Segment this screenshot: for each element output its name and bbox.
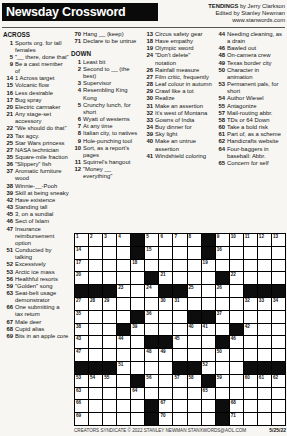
clue-number: 68 (3, 326, 13, 333)
clue-text: Circus safety gear (155, 31, 213, 38)
grid-cell[interactable] (216, 388, 229, 400)
grid-cell[interactable] (202, 272, 215, 284)
clue-number: 36 (3, 161, 13, 168)
grid-cell[interactable] (244, 349, 257, 361)
clue-text: Second to __ (the best) (83, 66, 140, 80)
grid-cell[interactable]: 16 (216, 247, 229, 259)
grid-cell[interactable] (89, 349, 102, 361)
clue: 9Be a cast member of (3, 61, 69, 75)
grid-cell[interactable]: 8 (188, 234, 201, 246)
grid-cell[interactable]: 68 (230, 400, 243, 412)
grid-cell[interactable] (272, 260, 285, 272)
grid-cell[interactable] (258, 324, 271, 336)
clue: 59"Golden" song (3, 283, 69, 290)
grid-cell[interactable] (103, 413, 116, 425)
grid-cell[interactable]: 49 (159, 349, 172, 361)
grid-cell[interactable] (244, 311, 257, 323)
grid-cell[interactable]: 58 (188, 375, 201, 387)
clue-text: One submitting a tax return (15, 304, 69, 318)
grid-cell[interactable]: 55 (103, 375, 116, 387)
black-cell (103, 285, 116, 297)
clue-text: Excessively (15, 261, 69, 268)
clue-number: 43 (3, 204, 13, 211)
grid-cell[interactable] (244, 400, 257, 412)
clue-number: 67 (3, 319, 13, 326)
clue: 53Permanent pals, for short (215, 81, 285, 95)
grid-cell[interactable] (159, 388, 172, 400)
grid-cell[interactable]: 14 (75, 247, 88, 259)
grid-cell[interactable] (117, 298, 130, 310)
copyright-credit: CREATORS SYNDICATE © 2022 STANLEY NEWMAN… (74, 428, 246, 433)
grid-cell[interactable] (173, 349, 186, 361)
grid-cell[interactable] (103, 336, 116, 348)
clue: 38Winnie-__-Pooh (3, 183, 69, 190)
grid-cell[interactable] (117, 400, 130, 412)
black-cell (131, 234, 144, 246)
grid-cell[interactable]: 62 (272, 375, 285, 387)
grid-cell[interactable] (103, 247, 116, 259)
grid-cell[interactable]: 29 (103, 298, 116, 310)
grid-cell[interactable] (216, 362, 229, 374)
grid-cell[interactable]: 65 (202, 388, 215, 400)
clue-text: Supervisor (83, 80, 140, 87)
grid-cell[interactable] (117, 272, 130, 284)
clue-number: 29 (143, 88, 153, 95)
grid-cell[interactable] (117, 388, 130, 400)
grid-cell[interactable] (230, 349, 243, 361)
grid-cell[interactable] (258, 260, 271, 272)
grid-cell[interactable]: 54 (89, 375, 102, 387)
grid-cell[interactable] (173, 413, 186, 425)
grid-cell[interactable] (258, 336, 271, 348)
clue: 39Sky light (143, 131, 213, 138)
grid-cell[interactable] (272, 349, 285, 361)
grid-cell[interactable] (159, 362, 172, 374)
clue: 37Aromatic furniture wood (3, 168, 69, 182)
clue-text: Make an assertion (155, 103, 213, 110)
clue-number: 60 (215, 124, 225, 131)
grid-cell[interactable]: 23 (117, 285, 130, 297)
clue-number: 64 (215, 146, 225, 160)
grid-cell[interactable] (131, 349, 144, 361)
grid-cell[interactable] (188, 247, 201, 259)
black-cell (258, 362, 271, 374)
grid-cell[interactable] (131, 272, 144, 284)
cell-number: 16 (217, 247, 222, 252)
grid-cell[interactable]: 70 (159, 413, 172, 425)
clue-text: Sports org. for tall females (15, 40, 69, 54)
grid-cell[interactable]: 33 (258, 298, 271, 310)
cell-number: 52 (203, 362, 208, 367)
byline-block: TENDINGS by Jerry Clarkson Edited by Sta… (159, 3, 285, 24)
clue-text: Sort, as a report's pages (83, 145, 140, 159)
grid-cell[interactable] (230, 362, 243, 374)
grid-cell[interactable]: 67 (159, 400, 172, 412)
clue-number: 19 (143, 45, 153, 52)
grid-cell[interactable] (117, 413, 130, 425)
grid-cell[interactable]: 4 (117, 234, 130, 246)
clue-number: 13 (143, 31, 153, 38)
clue-number: 62 (215, 138, 225, 145)
grid-cell[interactable]: 51 (117, 362, 130, 374)
grid-cell[interactable] (117, 311, 130, 323)
clue-number: 20 (3, 104, 13, 111)
grid-cell[interactable]: 28 (89, 298, 102, 310)
grid-cell[interactable]: 5 (145, 234, 158, 246)
grid-cell[interactable] (188, 413, 201, 425)
cell-number: 8 (189, 234, 192, 239)
grid-cell[interactable]: 22 (230, 272, 243, 284)
grid-cell[interactable]: 13 (272, 234, 285, 246)
clue: 7At any time (71, 123, 140, 130)
grid-cell[interactable] (258, 311, 271, 323)
cell-number: 25 (189, 285, 194, 290)
clue-text: Handicrafts website (227, 138, 285, 145)
grid-cell[interactable]: 7 (173, 234, 186, 246)
grid-cell[interactable]: 18 (131, 260, 144, 272)
clue: 49Texas border city (215, 60, 285, 67)
grid-cell[interactable] (89, 247, 102, 259)
clue: 22"We should do that" (3, 125, 69, 132)
grid-cell[interactable]: 37 (216, 311, 229, 323)
clue-number: 53 (3, 269, 13, 276)
grid-cell[interactable]: 3 (103, 234, 116, 246)
cell-number: 60 (245, 375, 250, 380)
grid-cell[interactable] (131, 413, 144, 425)
grid-cell[interactable] (230, 311, 243, 323)
grid-cell[interactable]: 43 (75, 336, 88, 348)
clue-number: 71 (71, 38, 81, 45)
grid-cell[interactable]: 52 (202, 362, 215, 374)
clue: 44Needing cleaning, as a drain (215, 31, 285, 45)
grid-cell[interactable] (230, 375, 243, 387)
grid-cell[interactable]: 56 (145, 375, 158, 387)
grid-cell[interactable] (173, 272, 186, 284)
grid-cell[interactable] (258, 349, 271, 361)
clue-text: Any stage-set accessory (15, 111, 69, 125)
grid-cell[interactable] (103, 272, 116, 284)
grid-cell[interactable]: 63 (75, 388, 88, 400)
grid-cell[interactable] (230, 298, 243, 310)
grid-cell[interactable]: 17 (75, 260, 88, 272)
grid-cell[interactable] (230, 260, 243, 272)
cell-number: 46 (231, 336, 236, 341)
grid-cell[interactable]: 12 (258, 234, 271, 246)
cell-number: 45 (174, 336, 179, 341)
grid-cell[interactable] (202, 400, 215, 412)
grid-cell[interactable]: 40 (188, 324, 201, 336)
grid-cell[interactable]: 9 (216, 234, 229, 246)
clue-number: 55 (215, 103, 225, 110)
grid-cell[interactable]: 61 (258, 375, 271, 387)
grid-cell[interactable] (145, 260, 158, 272)
grid-cell[interactable] (145, 388, 158, 400)
grid-cell[interactable] (131, 400, 144, 412)
clue-number: 35 (3, 154, 13, 161)
grid-cell[interactable] (159, 260, 172, 272)
black-cell (202, 311, 215, 323)
grid-cell[interactable] (202, 285, 215, 297)
grid-cell[interactable] (89, 400, 102, 412)
grid-cell[interactable]: 47 (75, 349, 88, 361)
cell-number: 35 (76, 311, 81, 316)
grid-cell[interactable] (188, 388, 201, 400)
grid-cell[interactable] (272, 388, 285, 400)
grid-cell[interactable]: 31 (173, 298, 186, 310)
clue-number: 49 (215, 60, 225, 67)
clue-number: 69 (3, 333, 13, 340)
grid-cell[interactable] (89, 272, 102, 284)
clue: 36"Slippery" fish (3, 161, 69, 168)
grid-cell[interactable]: 39 (131, 324, 144, 336)
grid-cell[interactable] (202, 298, 215, 310)
grid-cell[interactable] (89, 260, 102, 272)
crossword-grid: 1234567891011121314151617181920212223242… (74, 233, 286, 426)
grid-cell[interactable]: 53 (75, 375, 88, 387)
grid-cell[interactable] (244, 247, 257, 259)
grid-cell[interactable] (188, 336, 201, 348)
cell-number: 26 (217, 285, 222, 290)
grid-cell[interactable]: 69 (75, 413, 88, 425)
grid-cell[interactable] (216, 298, 229, 310)
grid-cell[interactable] (117, 247, 130, 259)
grid-cell[interactable] (159, 324, 172, 336)
grid-cell[interactable] (173, 324, 186, 336)
grid-cell[interactable]: 10 (230, 234, 243, 246)
grid-cell[interactable]: 48 (145, 349, 158, 361)
grid-cell[interactable] (272, 247, 285, 259)
grid-cell[interactable] (131, 298, 144, 310)
grid-cell[interactable]: 38 (75, 324, 88, 336)
grid-cell[interactable] (89, 311, 102, 323)
grid-cell[interactable]: 60 (244, 375, 257, 387)
grid-cell[interactable]: 59 (216, 375, 229, 387)
grid-cell[interactable] (103, 311, 116, 323)
grid-cell[interactable]: 32 (244, 298, 257, 310)
grid-cell[interactable] (173, 388, 186, 400)
black-cell (89, 285, 102, 297)
grid-cell[interactable]: 42 (244, 324, 257, 336)
cell-number: 36 (146, 311, 151, 316)
grid-cell[interactable]: 30 (159, 298, 172, 310)
grid-cell[interactable]: 50 (216, 349, 229, 361)
clue-text: Resembling King Kong (83, 87, 140, 101)
grid-cell[interactable] (216, 260, 229, 272)
clue-number: 41 (143, 153, 153, 160)
grid-cell[interactable] (103, 400, 116, 412)
clue: 27Film critic, frequently (143, 74, 213, 81)
clue: 18Have empathy (143, 38, 213, 45)
grid-cell[interactable] (272, 311, 285, 323)
cell-number: 48 (146, 349, 151, 354)
clue-number: 6 (71, 116, 81, 123)
clue: 6Wyatt of westerns (71, 116, 140, 123)
grid-cell[interactable] (145, 298, 158, 310)
cell-number: 4 (118, 234, 121, 239)
grid-cell[interactable]: 15 (145, 247, 158, 259)
grid-cell[interactable]: 57 (173, 375, 186, 387)
cell-number: 2 (90, 234, 93, 239)
grid-cell[interactable]: 6 (159, 234, 172, 246)
grid-cell[interactable]: 46 (230, 336, 243, 348)
grid-cell[interactable]: 11 (244, 234, 257, 246)
grid-cell[interactable]: 19 (202, 260, 215, 272)
clue-text: Squirrel's hangout (83, 159, 140, 166)
grid-cell[interactable] (117, 260, 130, 272)
clue-number: 48 (215, 52, 225, 59)
grid-cell[interactable] (272, 324, 285, 336)
grid-cell[interactable]: 34 (272, 298, 285, 310)
black-cell (202, 375, 215, 387)
grid-cell[interactable] (89, 324, 102, 336)
grid-cell[interactable] (230, 285, 243, 297)
cell-number: 24 (146, 285, 151, 290)
clue-number: 1 (3, 40, 13, 54)
clue-number: 40 (143, 138, 153, 152)
grid-cell[interactable] (230, 388, 243, 400)
grid-cell[interactable]: 64 (131, 388, 144, 400)
clue: 3Supervisor (71, 80, 140, 87)
clue: 20Electric carmaker (3, 104, 69, 111)
clue-text: Author Wiesel (227, 95, 285, 102)
clue: 26Rainfall measure (143, 67, 213, 74)
grid-cell[interactable] (202, 336, 215, 348)
cell-number: 6 (160, 234, 163, 239)
cell-number: 69 (76, 413, 81, 418)
grid-cell[interactable] (202, 349, 215, 361)
grid-cell[interactable] (131, 336, 144, 348)
clue-number: 45 (3, 211, 13, 218)
grid-cell[interactable] (103, 324, 116, 336)
grid-cell[interactable] (188, 349, 201, 361)
clue-text: Leaf colour in autumn (155, 81, 213, 88)
clue-column-1: ACROSS 1Sports org. for tall females5"__… (3, 31, 69, 340)
grid-cell[interactable] (244, 336, 257, 348)
grid-cell[interactable]: 2 (89, 234, 102, 246)
clue-text: Wyatt of westerns (83, 116, 140, 123)
grid-cell[interactable] (159, 247, 172, 259)
grid-cell[interactable] (117, 349, 130, 361)
cell-number: 57 (174, 375, 179, 380)
clue: 16Less desirable (3, 90, 69, 97)
cell-number: 37 (217, 311, 222, 316)
cell-number: 3 (104, 234, 107, 239)
clue-text: Crunchy lunch, for short (83, 102, 140, 116)
clue: 453, on a sundial (3, 211, 69, 218)
grid-cell[interactable]: 36 (145, 311, 158, 323)
grid-cell[interactable] (145, 324, 158, 336)
grid-cell[interactable] (89, 413, 102, 425)
grid-cell[interactable] (145, 362, 158, 374)
grid-cell[interactable] (188, 298, 201, 310)
grid-cell[interactable] (272, 400, 285, 412)
clue-text: Sky light (155, 131, 213, 138)
puzzle-author: by Jerry Clarkson (238, 3, 285, 9)
grid-cell[interactable] (173, 311, 186, 323)
grid-cell[interactable] (159, 311, 172, 323)
grid-cell[interactable] (258, 413, 271, 425)
grid-cell[interactable]: 20 (75, 272, 88, 284)
grid-cell[interactable] (131, 285, 144, 297)
grid-cell[interactable] (244, 413, 257, 425)
grid-cell[interactable]: 21 (159, 272, 172, 284)
grid-cell[interactable] (188, 400, 201, 412)
clue-text: Olympic sword (155, 45, 213, 52)
clue-text: Standing tall (15, 204, 69, 211)
grid-cell[interactable]: 25 (188, 285, 201, 297)
clue: 34Buy dinner for (143, 124, 213, 131)
grid-cell[interactable] (188, 272, 201, 284)
grid-cell[interactable] (272, 413, 285, 425)
cell-number: 71 (231, 413, 236, 418)
grid-cell[interactable] (244, 272, 257, 284)
grid-cell[interactable]: 66 (75, 400, 88, 412)
clue-number: 27 (3, 147, 13, 154)
grid-cell[interactable] (131, 362, 144, 374)
clue-number: 26 (143, 67, 153, 74)
grid-cell[interactable]: 44 (117, 336, 130, 348)
black-cell (230, 324, 243, 336)
clue: 58TDs or 64 Down (215, 117, 285, 124)
grid-cell[interactable] (117, 375, 130, 387)
clue-column-4: 44Needing cleaning, as a drain46Bawled o… (215, 31, 285, 167)
cell-number: 39 (132, 324, 137, 329)
cell-number: 62 (273, 375, 278, 380)
grid-cell[interactable] (173, 400, 186, 412)
clue: 10Sort, as a report's pages (71, 145, 140, 159)
clue-number: 39 (143, 131, 153, 138)
grid-cell[interactable]: 1 (75, 234, 88, 246)
grid-cell[interactable] (272, 336, 285, 348)
grid-cell[interactable] (216, 324, 229, 336)
clue: 46Sect of Islam (3, 218, 69, 225)
grid-cell[interactable] (258, 400, 271, 412)
grid-cell[interactable] (230, 247, 243, 259)
grid-cell[interactable] (258, 388, 271, 400)
clue: 63Seat-belt usage demonstrator (3, 290, 69, 304)
grid-cell[interactable] (89, 336, 102, 348)
grid-cell[interactable]: 45 (173, 336, 186, 348)
puzzle-website: www.stanwords.com (159, 17, 285, 24)
grid-cell[interactable] (173, 260, 186, 272)
cell-number: 68 (231, 400, 236, 405)
grid-cell[interactable] (244, 388, 257, 400)
grid-cell[interactable]: 41 (202, 324, 215, 336)
grid-cell[interactable] (258, 272, 271, 284)
grid-cell[interactable] (258, 247, 271, 259)
clue-text: Permanent pals, for short (227, 81, 285, 95)
grid-cell[interactable] (202, 413, 215, 425)
grid-cell[interactable] (103, 260, 116, 272)
grid-cell[interactable] (244, 260, 257, 272)
grid-cell[interactable] (173, 247, 186, 259)
grid-cell[interactable]: 35 (75, 311, 88, 323)
grid-cell[interactable] (159, 375, 172, 387)
grid-cell[interactable] (272, 272, 285, 284)
cell-number: 50 (217, 349, 222, 354)
grid-cell[interactable] (103, 349, 116, 361)
grid-cell[interactable] (188, 260, 201, 272)
grid-cell[interactable]: 26 (216, 285, 229, 297)
grid-cell[interactable]: 24 (145, 285, 158, 297)
grid-cell[interactable]: 27 (75, 298, 88, 310)
grid-cell[interactable] (89, 388, 102, 400)
clue-text: Italian city, to natives (83, 130, 140, 137)
cell-number: 58 (189, 375, 194, 380)
black-cell (159, 336, 172, 348)
grid-cell[interactable]: 71 (230, 413, 243, 425)
grid-cell[interactable] (103, 388, 116, 400)
